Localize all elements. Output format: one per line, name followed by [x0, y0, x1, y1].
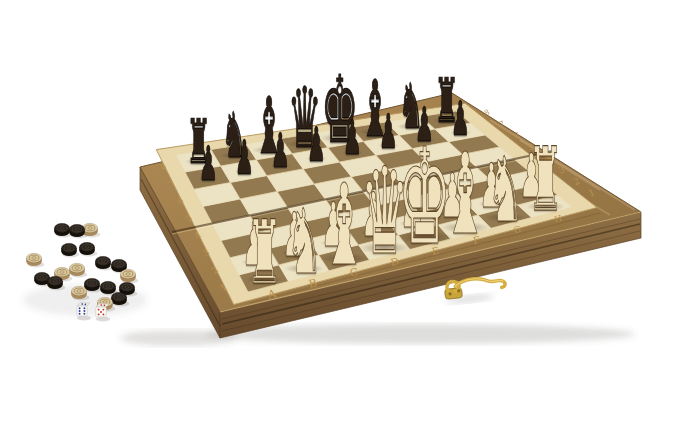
- backgammon-checker-black-5[interactable]: [61, 243, 79, 257]
- backgammon-checker-black-4[interactable]: [79, 242, 97, 256]
- backgammon-checker-wood-9[interactable]: [69, 263, 87, 277]
- piece-black-pawn-a7[interactable]: ♟: [184, 140, 231, 187]
- backgammon-checker-wood-6[interactable]: [26, 253, 44, 267]
- backgammon-checker-black-7[interactable]: [95, 256, 113, 270]
- backgammon-checker-wood-11[interactable]: [120, 269, 138, 283]
- piece-white-rook-a1[interactable]: ♜: [220, 209, 308, 297]
- brass-clasp[interactable]: [444, 276, 507, 306]
- scene: ABCDEFGH1234567812345678 ♜♞♝♛♚♝♞♜♟♟♟♟♟♟♟…: [0, 0, 680, 425]
- board-shadow: [205, 324, 635, 344]
- backgammon-checker-black-14[interactable]: [84, 278, 102, 292]
